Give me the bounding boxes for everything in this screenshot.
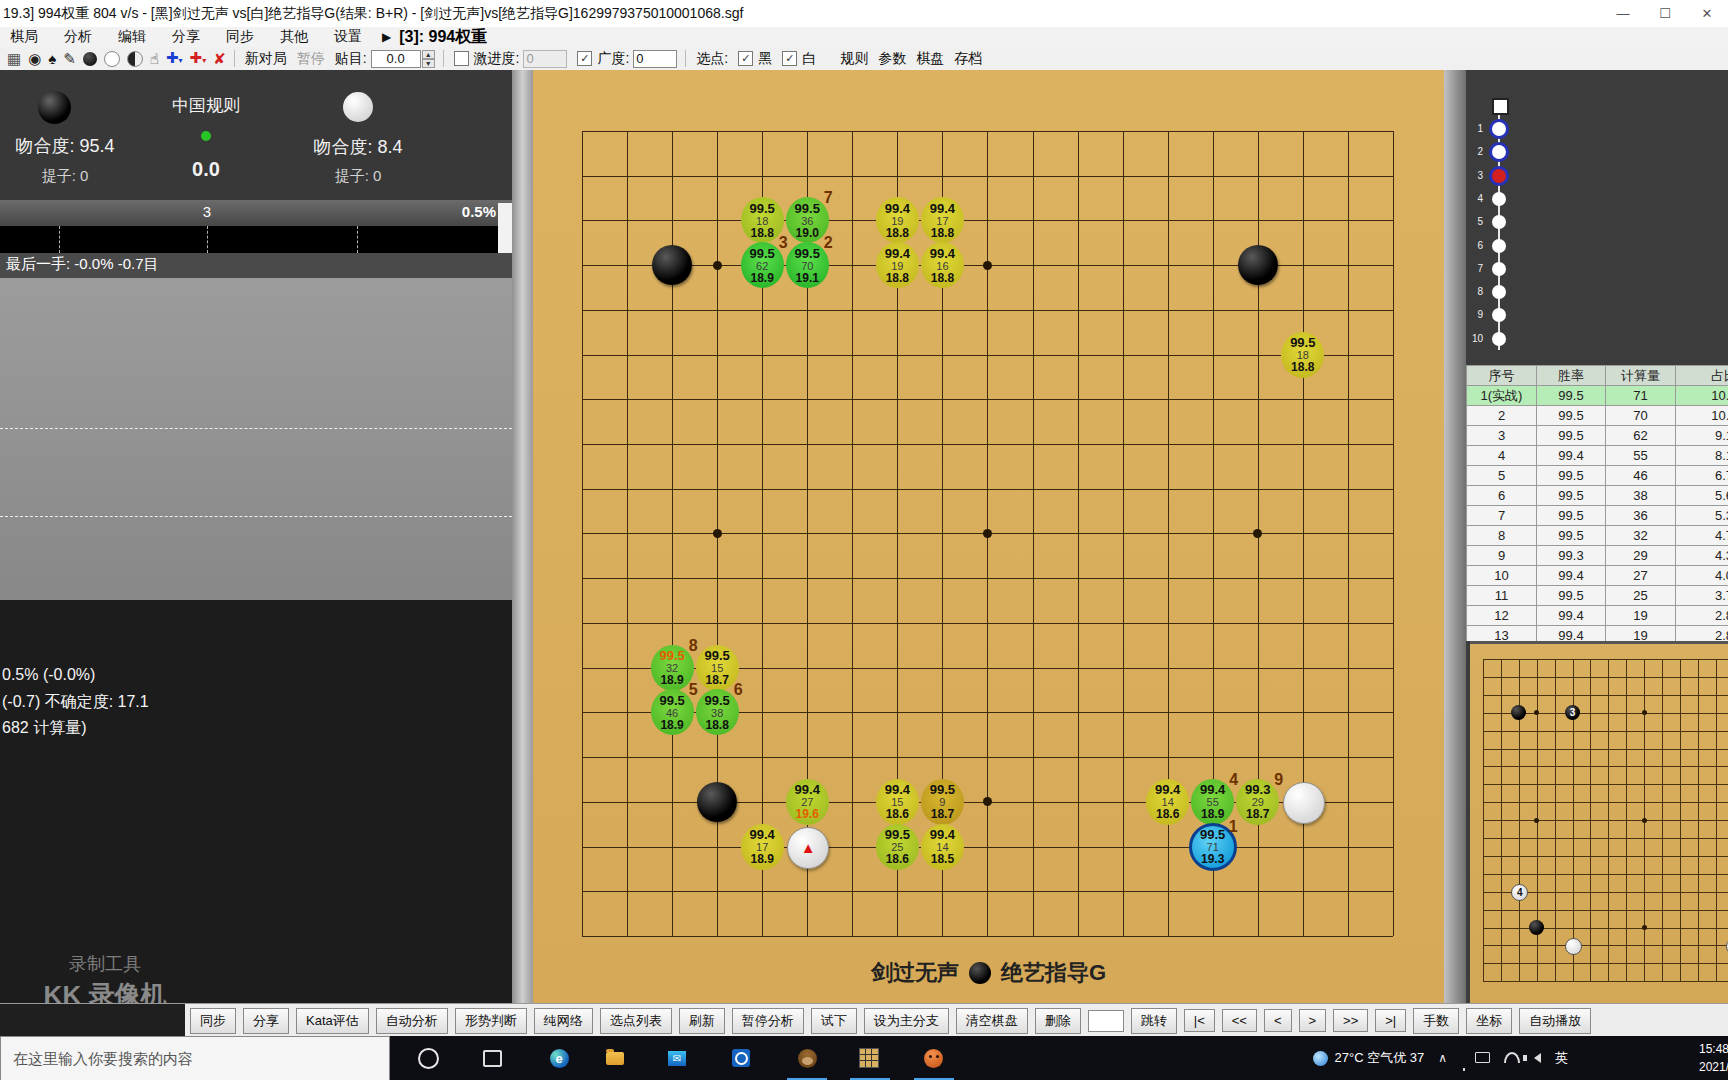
table-cell: 70 [1606,406,1676,426]
table-cell: 10.4 [1676,386,1728,406]
table-row-7[interactable]: 799.5365.3 [1467,506,1728,526]
bottom-toolbar-buttons: 同步分享Kata评估自动分析形势判断纯网络选点列表刷新暂停分析试下设为主分支清空… [190,1004,1598,1037]
file-explorer-icon[interactable] [600,1043,630,1073]
mini-grid-line-h [1483,802,1728,803]
mail-app-icon[interactable]: ✉ [662,1043,692,1073]
taskbar: 在这里输入你要搜索的内容 e ✉ 27°C 空气优 37 ∧ 英 15:48 2… [0,1036,1728,1080]
candidate-move-Q4[interactable]: 99.32918.79 [1236,779,1279,825]
table-cell: 99.5 [1537,486,1606,506]
white-match-rate: 吻合度: 8.4 [288,135,428,159]
table-cell: 4.3 [1676,546,1728,566]
top-toolbar: ▦ ◉ ♠ ✎ ☝ ✚▾ ✚▾ ✘ 新对局 暂停 贴目: 0.0 ▲▼ 激进度:… [0,47,1728,71]
table-cell: 1(实战) [1467,386,1537,406]
current-engine-label: [3]: 994权重 [399,27,487,48]
table-cell: 99.5 [1537,466,1606,486]
panel-splitter[interactable] [512,70,533,1003]
bottom-button-20[interactable]: >> [1333,1009,1368,1032]
table-cell: 99.5 [1537,406,1606,426]
grid-line-h [582,578,1393,579]
table-cell: 4.0 [1676,566,1728,586]
score-lead-value: 0.0 [146,158,266,181]
clock-date: 2021/8/ [1699,1058,1728,1076]
task-view-icon[interactable] [477,1043,507,1073]
candidate-move-J3[interactable]: 99.41418.5 [921,824,964,870]
mini-stone-white-C6: 4 [1511,884,1528,901]
bottom-button-21[interactable]: >| [1375,1009,1406,1032]
taskbar-clock[interactable]: 15:48 2021/8/ [1699,1040,1728,1076]
engine-stats-area: 0.5% (-0.0%) (-0.7) 不确定度: 17.1 682 计算量) … [0,600,512,1003]
candidate-move-H16[interactable]: 99.41918.8 [876,242,919,288]
title-bar: 19.3] 994权重 804 v/s - [黑]剑过无声 vs[白]绝艺指导G… [0,0,1728,28]
taskbar-search[interactable]: 在这里输入你要搜索的内容 [0,1036,390,1080]
language-indicator[interactable]: 英 [1555,1049,1568,1067]
table-cell: 19 [1606,626,1676,642]
table-cell: 8.1 [1676,446,1728,466]
pick-white-label: 白 [802,50,816,68]
mini-grid-line-h [1483,910,1728,911]
menu-item-6[interactable]: 其他 [280,28,308,46]
aggressive-label: 激进度: [474,50,520,68]
mini-grid-line-h [1483,838,1728,839]
bottom-button-4[interactable]: 自动分析 [376,1008,448,1034]
hoshi-point [713,261,722,270]
watermark-line1: 录制工具 [40,952,170,976]
mini-hoshi-point [1534,710,1539,715]
table-cell: 46 [1606,466,1676,486]
weather-text[interactable]: 27°C 空气优 37 [1334,1049,1424,1067]
minimize-button[interactable]: — [1602,0,1644,27]
candidate-rank: 5 [689,681,698,699]
table-cell: 32 [1606,526,1676,546]
tree-node-10[interactable] [1492,332,1506,346]
table-cell: 12 [1467,606,1537,626]
candidate-move-J4[interactable]: 99.5918.7 [921,779,964,825]
tree-node-1[interactable] [1489,119,1509,139]
bottom-button-12[interactable]: 清空棋盘 [956,1008,1028,1034]
graph-current-marker [498,203,512,253]
table-header: 占比 [1676,366,1728,386]
mini-grid-line-h [1483,856,1728,857]
tree-node-5[interactable] [1492,215,1506,229]
blue-app-icon[interactable] [726,1043,756,1073]
grid-line-h [582,936,1393,937]
move-progress-bar[interactable]: 3 0.5% [0,200,512,226]
stat-winrate-line: 0.5% (-0.0%) [2,666,95,684]
new-game-button[interactable]: 新对局 [245,50,287,68]
tree-node-number: 10 [1469,333,1483,344]
table-header: 计算量 [1606,366,1676,386]
candidate-move-H4[interactable]: 99.41518.6 [876,779,919,825]
mini-grid-line-v [1716,659,1717,981]
candidate-move-C6[interactable]: 99.54618.95 [651,689,694,735]
candidate-table: 序号胜率计算量占比 1(实战)99.57110.4299.57010.3399.… [1466,365,1728,641]
table-cell: 99.4 [1537,446,1606,466]
candidate-move-E17[interactable]: 99.51818.8 [741,197,784,243]
clock-time: 15:48 [1699,1040,1728,1058]
toolbar-link-2[interactable]: 参数 [878,50,906,68]
candidate-table-area: 序号胜率计算量占比 1(实战)99.57110.4299.57010.3399.… [1466,365,1728,641]
table-cell: 4.7 [1676,526,1728,546]
aggressive-input[interactable]: 0 [523,50,567,68]
spade-icon[interactable]: ♠ [48,47,56,70]
table-cell: 7 [1467,506,1537,526]
go-board[interactable]: 剑过无声绝艺指导G ▲99.51818.899.53619.0799.41918… [533,70,1444,1003]
bottom-button-24[interactable]: 自动播放 [1519,1008,1591,1034]
mini-grid-line-h [1483,874,1728,875]
table-row-2[interactable]: 299.57010.3 [1467,406,1728,426]
bottom-toolbar-dark-area [0,1004,185,1037]
mini-hoshi-point [1642,710,1647,715]
toolbar-link-4[interactable]: 存档 [954,50,982,68]
mini-hoshi-point [1534,818,1539,823]
stat-visits-line: 682 计算量) [2,718,86,739]
score-graph[interactable] [0,278,512,600]
play-icon[interactable]: ▶ [382,30,391,44]
table-row-6[interactable]: 699.5385.6 [1467,486,1728,506]
tree-node-7[interactable] [1492,262,1506,276]
candidate-move-H17[interactable]: 99.41918.8 [876,197,919,243]
table-cell: 71 [1606,386,1676,406]
candidate-move-F17[interactable]: 99.53619.07 [786,197,829,243]
candidate-rank: 2 [824,234,833,252]
candidate-move-O4[interactable]: 99.41418.6 [1146,779,1189,825]
table-cell: 99.5 [1537,526,1606,546]
monkey-app-icon[interactable] [792,1043,822,1073]
mini-grid-line-h [1483,695,1728,696]
breadth-label: 广度: [597,50,629,68]
black-match-rate: 吻合度: 95.4 [0,134,130,158]
komi-input[interactable]: 0.0 [371,50,421,68]
candidate-move-R14[interactable]: 99.51818.8 [1281,332,1324,378]
bottom-button-10[interactable]: 试下 [811,1008,857,1034]
candidate-rank: 4 [1229,771,1238,789]
table-row-11[interactable]: 1199.5253.7 [1467,586,1728,606]
menu-item-1[interactable]: 棋局 [10,28,38,46]
hoshi-point [1253,529,1262,538]
analysis-left-panel: 中国规则 0.0 吻合度: 95.4 吻合度: 8.4 提子: 0 提子: 0 … [0,70,512,1003]
menu-item-4[interactable]: 分享 [172,28,200,46]
table-cell: 99.5 [1537,586,1606,606]
rules-label: 中国规则 [126,94,286,117]
hoshi-point [713,529,722,538]
bottom-button-7[interactable]: 选点列表 [600,1008,672,1034]
edit-pencil-icon[interactable]: ✎ [63,47,76,70]
pick-black-checkbox[interactable]: ✓ [738,51,753,66]
bottom-button-13[interactable]: 删除 [1035,1008,1081,1034]
menu-item-7[interactable]: 设置 [334,28,362,46]
grid-line-v [1078,131,1079,936]
orange-app-icon[interactable] [918,1043,948,1073]
table-header: 胜率 [1537,366,1606,386]
komi-label: 贴目: [335,50,367,68]
komi-spinner[interactable]: ▲▼ [422,50,435,68]
stat-uncertainty-line: (-0.7) 不确定度: 17.1 [2,692,149,713]
candidate-move-E16[interactable]: 99.56218.93 [741,242,784,288]
toolbar-separator [685,50,686,67]
tree-node-number: 5 [1469,216,1483,227]
tree-node-number: 6 [1469,240,1483,251]
table-cell: 36 [1606,506,1676,526]
table-cell: 6.7 [1676,466,1728,486]
edge-browser-icon[interactable]: e [544,1043,574,1073]
candidate-move-P3[interactable]: 99.57119.31 [1189,823,1237,871]
candidate-move-J17[interactable]: 99.41718.8 [921,197,964,243]
table-cell: 99.4 [1537,606,1606,626]
table-cell: 99.4 [1537,626,1606,642]
table-cell: 8 [1467,526,1537,546]
grid-line-v [1393,131,1394,936]
winrate-graph[interactable] [0,226,512,253]
candidate-move-E3[interactable]: 99.41718.9 [741,824,784,870]
last-move-triangle: ▲ [788,828,828,868]
table-header: 序号 [1467,366,1537,386]
last-move-bar: 最后一手: -0.0% -0.7目 [0,253,512,278]
candidate-move-F16[interactable]: 99.57019.12 [786,242,829,288]
board-right-strip [1444,70,1466,1003]
menu-bar: 棋局分析编辑分享同步其他设置 ▶ [3]: 994权重 [0,27,1728,47]
table-cell: 3.7 [1676,586,1728,606]
breadth-input[interactable]: 0 [633,50,677,68]
table-cell: 2.8 [1676,606,1728,626]
winrate-value: 0.5% [400,203,496,220]
go-app-icon[interactable] [854,1043,884,1073]
table-row-8[interactable]: 899.5324.7 [1467,526,1728,546]
table-cell: 99.5 [1537,426,1606,446]
toolbar-link-3[interactable]: 棋盘 [916,50,944,68]
hoshi-point [983,529,992,538]
candidate-move-P4[interactable]: 99.45518.94 [1191,779,1234,825]
table-cell: 5.6 [1676,486,1728,506]
tree-node-9[interactable] [1492,308,1506,322]
mini-grid-line-h [1483,945,1728,946]
grid-line-h [582,623,1393,624]
table-cell: 2 [1467,406,1537,426]
candidate-move-F4[interactable]: 99.42719.6 [786,779,829,825]
table-cell: 55 [1606,446,1676,466]
tree-node-8[interactable] [1492,285,1506,299]
bottom-button-17[interactable]: << [1222,1009,1257,1032]
board-setup-icon[interactable]: ▦ [7,47,21,70]
table-cell: 25 [1606,586,1676,606]
table-cell: 9 [1467,546,1537,566]
hoshi-point [983,261,992,270]
white-player-name: 绝艺指导G [1001,960,1106,985]
tray-expand-icon[interactable]: ∧ [1438,1051,1447,1065]
stone-white-F3: ▲ [787,827,829,869]
graph-gridline [357,226,358,253]
mini-grid-line-h [1483,749,1728,750]
move-tree[interactable]: 12345678910 [1466,70,1728,365]
system-tray: 27°C 空气优 37 ∧ 英 [1313,1036,1568,1080]
tree-node-4[interactable] [1492,192,1506,206]
table-row-13[interactable]: 1399.4192.8 [1467,626,1728,642]
right-panel: 12345678910 序号胜率计算量占比 1(实战)99.57110.4299… [1466,70,1728,1003]
table-cell: 3 [1467,426,1537,446]
score-gridline [0,428,512,429]
grid-line-h [582,891,1393,892]
graph-gridline [59,226,60,253]
table-cell: 9.1 [1676,426,1728,446]
table-cell: 99.4 [1537,566,1606,586]
blue-cross-tool-icon[interactable]: ✚▾ [166,46,183,72]
keyboard-icon[interactable] [1475,1052,1490,1063]
stone-black-D4 [697,782,737,822]
mini-grid-line-v [1662,659,1663,981]
table-cell: 10 [1467,566,1537,586]
black-stone-tool-icon[interactable] [83,52,97,66]
mini-grid-line-h [1483,963,1728,964]
score-gridline [0,516,512,517]
window-controls: — ☐ ✕ [1602,0,1728,27]
stone-black-C16 [652,245,692,285]
pick-label: 选点: [696,50,728,68]
tree-root-node[interactable] [1492,98,1509,115]
bottom-button-2[interactable]: 分享 [243,1008,289,1034]
mini-grid-line-h [1483,766,1728,767]
screen: { "game": "go", "position": { "board_siz… [0,0,1728,1080]
hoshi-point [983,797,992,806]
bottom-toolbar: 同步分享Kata评估自动分析形势判断纯网络选点列表刷新暂停分析试下设为主分支清空… [0,1003,1728,1037]
mini-stone-black-C16 [1511,705,1526,720]
black-stone-icon [969,962,991,984]
bottom-button-5[interactable]: 形势判断 [455,1008,527,1034]
maximize-button[interactable]: ☐ [1644,0,1686,27]
table-cell: 27 [1606,566,1676,586]
mini-grid-line-h [1483,981,1728,982]
mini-hoshi-point [1642,818,1647,823]
jump-move-input[interactable] [1088,1010,1124,1032]
black-captures: 提子: 0 [0,167,130,186]
menu-item-3[interactable]: 编辑 [118,28,146,46]
candidate-rank: 8 [689,637,698,655]
mini-stone-white-F3 [1565,938,1582,955]
table-cell: 29 [1606,546,1676,566]
grid-line-v [1123,131,1124,936]
pick-white-checkbox[interactable]: ✓ [782,51,797,66]
toolbar-link-1[interactable]: 规则 [840,50,868,68]
candidate-rank: 3 [779,234,788,252]
grid-line-v [1348,131,1349,936]
table-row-5[interactable]: 599.5466.7 [1467,466,1728,486]
table-row-4[interactable]: 499.4558.1 [1467,446,1728,466]
mini-stone-black-D4 [1529,920,1544,935]
table-cell: 11 [1467,586,1537,606]
menu-item-5[interactable]: 同步 [226,28,254,46]
bottom-button-11[interactable]: 设为主分支 [864,1008,949,1034]
candidate-move-C7[interactable]: 99.53218.98 [651,645,694,691]
table-row-10[interactable]: 1099.4274.0 [1467,566,1728,586]
bottom-button-1[interactable]: 同步 [190,1008,236,1034]
bottom-button-22[interactable]: 手数 [1413,1008,1459,1034]
hand-tool-icon[interactable]: ☝ [150,47,159,70]
table-row-12[interactable]: 1299.4192.8 [1467,606,1728,626]
network-icon[interactable] [1504,1052,1520,1063]
candidate-rank: 7 [824,189,833,207]
close-button[interactable]: ✕ [1686,0,1728,27]
delete-mark-icon[interactable]: ✘ [213,47,226,70]
tree-node-3[interactable] [1489,166,1509,186]
mini-board[interactable]: 34 [1470,641,1728,1006]
bottom-button-15[interactable]: 跳转 [1131,1008,1177,1034]
mini-grid-line-h [1483,820,1728,821]
bottom-button-18[interactable]: < [1264,1009,1292,1032]
table-cell: 13 [1467,626,1537,642]
bottom-button-3[interactable]: Kata评估 [296,1008,369,1034]
candidate-move-D6[interactable]: 99.53818.86 [696,689,739,735]
toolbar-separator [443,50,444,67]
grid-line-v [1033,131,1034,936]
table-row-3[interactable]: 399.5629.1 [1467,426,1728,446]
bottom-button-8[interactable]: 刷新 [679,1008,725,1034]
table-cell: 99.5 [1537,506,1606,526]
grid-line-h [582,757,1393,758]
mini-grid-line-h [1483,784,1728,785]
black-player-name: 剑过无声 [871,960,959,985]
breadth-checkbox[interactable]: ✓ [577,51,592,66]
white-stone-tool-icon[interactable] [104,51,120,67]
red-cross-tool-icon[interactable]: ✚▾ [190,46,207,72]
weather-icon[interactable] [1313,1051,1328,1066]
player-info-area: 中国规则 0.0 吻合度: 95.4 吻合度: 8.4 提子: 0 提子: 0 [0,70,512,200]
pause-button[interactable]: 暂停 [297,50,325,68]
bottom-button-16[interactable]: |< [1184,1009,1215,1032]
black-player-stone-icon [38,91,71,124]
last-move-delta: 最后一手: -0.0% -0.7目 [6,255,159,274]
bottom-button-9[interactable]: 暂停分析 [732,1008,804,1034]
tree-node-number: 4 [1469,193,1483,204]
board-caption: 剑过无声绝艺指导G [533,958,1444,988]
mini-grid-line-h [1483,928,1728,929]
aggressive-checkbox[interactable] [454,51,469,66]
cortana-icon[interactable] [413,1043,443,1073]
tree-node-6[interactable] [1492,239,1506,253]
bottom-button-6[interactable]: 纯网络 [534,1008,593,1034]
window-title: 19.3] 994权重 804 v/s - [黑]剑过无声 vs[白]绝艺指导G… [3,0,743,27]
tree-node-number: 3 [1469,170,1483,181]
tree-node-number: 8 [1469,286,1483,297]
current-move-number: 3 [180,203,234,220]
toolbar-separator [234,50,235,67]
mini-hoshi-point [1642,925,1647,930]
engine-status-dot [201,131,211,141]
table-cell: 19 [1606,606,1676,626]
speaker-icon[interactable] [1534,1053,1541,1063]
bottom-button-19[interactable]: > [1299,1009,1327,1032]
bottom-button-23[interactable]: 坐标 [1466,1008,1512,1034]
table-cell: 4 [1467,446,1537,466]
mini-stone-black-F16: 3 [1565,705,1580,720]
candidate-rank: 6 [734,681,743,699]
menu-item-2[interactable]: 分析 [64,28,92,46]
tree-node-number: 7 [1469,263,1483,274]
analyze-icon[interactable]: ◉ [28,47,41,70]
alternate-stone-tool-icon[interactable] [127,51,143,67]
tree-node-2[interactable] [1489,142,1509,162]
graph-gridline [207,226,208,253]
table-cell: 5 [1467,466,1537,486]
candidate-move-J16[interactable]: 99.41618.8 [921,242,964,288]
candidate-move-D7[interactable]: 99.51518.7 [696,645,739,691]
table-row-1[interactable]: 1(实战)99.57110.4 [1467,386,1728,406]
mini-grid-line-v [1698,659,1699,981]
mini-grid-line-h [1483,731,1728,732]
stone-white-R4 [1283,782,1325,824]
candidate-rank: 9 [1274,771,1283,789]
grid-line-h [582,847,1393,848]
candidate-move-H3[interactable]: 99.52518.6 [876,824,919,870]
table-cell: 5.3 [1676,506,1728,526]
table-row-9[interactable]: 999.3294.3 [1467,546,1728,566]
